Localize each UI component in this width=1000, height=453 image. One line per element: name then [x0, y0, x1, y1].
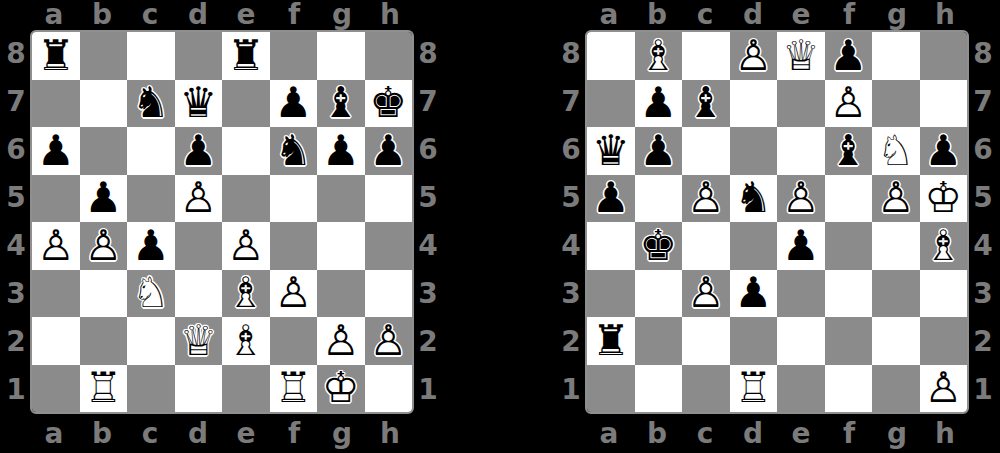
- square-c8[interactable]: [682, 32, 730, 80]
- white-pawn-icon: ♟: [80, 222, 128, 270]
- white-pawn: ♟♙: [682, 175, 730, 223]
- rank-labels-left-2: 2: [2, 318, 30, 366]
- square-f4[interactable]: [825, 222, 873, 270]
- square-c2[interactable]: [127, 317, 175, 365]
- square-d8[interactable]: [175, 32, 223, 80]
- square-c7[interactable]: ♝: [682, 80, 730, 128]
- square-h4[interactable]: [365, 222, 413, 270]
- black-pawn: ♟: [825, 32, 873, 80]
- white-knight-icon: ♞: [872, 127, 920, 175]
- file-labels-bottom: abcdefgh: [30, 414, 414, 453]
- square-g4[interactable]: [872, 222, 920, 270]
- file-labels-bottom-f: f: [825, 414, 873, 453]
- square-a7[interactable]: [32, 80, 80, 128]
- white-bishop-icon: ♝: [222, 270, 270, 318]
- square-h6[interactable]: ♟: [920, 127, 968, 175]
- black-queen-icon: ♛: [175, 80, 223, 128]
- black-pawn: ♟: [920, 127, 968, 175]
- black-pawn-icon: ♟: [777, 222, 825, 270]
- black-knight-icon: ♞: [127, 80, 175, 128]
- black-pawn-icon: ♟: [365, 127, 413, 175]
- white-bishop: ♝♗: [635, 32, 683, 80]
- square-a7[interactable]: [587, 80, 635, 128]
- square-d3[interactable]: [175, 270, 223, 318]
- black-king: ♚: [635, 222, 683, 270]
- file-labels-bottom-c: c: [126, 414, 174, 453]
- white-pawn-icon: ♙: [317, 317, 365, 365]
- white-pawn: ♟♙: [825, 80, 873, 128]
- left-board-grid: ♜♜♞♛♟♝♚♟♟♞♟♟♟♟♙♟♙♟♙♟♟♙♞♘♝♗♟♙♛♕♝♗♟♙♟♙♜♖♜♖…: [30, 30, 414, 414]
- square-c5[interactable]: [127, 175, 175, 223]
- square-h2[interactable]: ♟♙: [365, 317, 413, 365]
- square-b4[interactable]: ♟♙: [80, 222, 128, 270]
- square-g6[interactable]: ♟: [317, 127, 365, 175]
- file-labels-top-e: e: [777, 0, 825, 30]
- square-b1[interactable]: [635, 365, 683, 413]
- file-labels-top-a: a: [30, 0, 78, 30]
- square-b4[interactable]: ♚: [635, 222, 683, 270]
- square-f4[interactable]: [270, 222, 318, 270]
- square-f1[interactable]: ♜♖: [270, 365, 318, 413]
- white-bishop-icon: ♝: [222, 317, 270, 365]
- file-labels-top-d: d: [174, 0, 222, 30]
- rank-labels-right-8: 8: [414, 30, 442, 78]
- square-e8[interactable]: ♜: [222, 32, 270, 80]
- white-pawn: ♟♙: [920, 365, 968, 413]
- square-d6[interactable]: ♟: [175, 127, 223, 175]
- black-pawn-icon: ♟: [825, 32, 873, 80]
- black-rook: ♜: [222, 32, 270, 80]
- black-pawn: ♟: [32, 127, 80, 175]
- square-b2[interactable]: [635, 317, 683, 365]
- black-bishop: ♝: [682, 80, 730, 128]
- black-rook: ♜: [32, 32, 80, 80]
- square-e5[interactable]: ♟♙: [777, 175, 825, 223]
- square-e1[interactable]: [777, 365, 825, 413]
- rank-labels-right-6: 6: [414, 126, 442, 174]
- black-pawn: ♟: [127, 222, 175, 270]
- square-g8[interactable]: [872, 32, 920, 80]
- rank-labels-right-3: 3: [414, 270, 442, 318]
- square-a4[interactable]: ♟♙: [32, 222, 80, 270]
- white-bishop-icon: ♝: [635, 32, 683, 80]
- square-g5[interactable]: [317, 175, 365, 223]
- white-pawn-icon: ♙: [365, 317, 413, 365]
- square-c8[interactable]: [127, 32, 175, 80]
- rank-labels-right-7: 7: [414, 78, 442, 126]
- white-pawn: ♟♙: [872, 175, 920, 223]
- file-labels-bottom-b: b: [78, 414, 126, 453]
- white-queen: ♛♕: [175, 317, 223, 365]
- square-b7[interactable]: ♟: [635, 80, 683, 128]
- square-e2[interactable]: ♝♗: [222, 317, 270, 365]
- white-pawn-icon: ♙: [825, 80, 873, 128]
- square-d4[interactable]: [730, 222, 778, 270]
- rank-labels-left-8: 8: [2, 30, 30, 78]
- black-pawn: ♟: [777, 222, 825, 270]
- square-c3[interactable]: ♞♘: [127, 270, 175, 318]
- rank-labels-right-5: 5: [414, 174, 442, 222]
- square-b1[interactable]: ♜♖: [80, 365, 128, 413]
- white-pawn-icon: ♟: [365, 317, 413, 365]
- file-labels-top-g: g: [873, 0, 921, 30]
- square-d5[interactable]: ♞: [730, 175, 778, 223]
- file-labels-top: abcdefgh: [30, 0, 414, 30]
- black-pawn: ♟: [730, 270, 778, 318]
- square-a8[interactable]: ♜: [32, 32, 80, 80]
- square-h3[interactable]: [365, 270, 413, 318]
- white-pawn: ♟♙: [777, 175, 825, 223]
- square-g7[interactable]: [872, 80, 920, 128]
- square-h7[interactable]: [920, 80, 968, 128]
- rank-labels-right-3: 3: [969, 270, 997, 318]
- file-labels-bottom-g: g: [873, 414, 921, 453]
- black-bishop-icon: ♝: [825, 127, 873, 175]
- black-knight-icon: ♞: [730, 175, 778, 223]
- white-pawn-icon: ♙: [682, 270, 730, 318]
- white-bishop: ♝♗: [222, 270, 270, 318]
- square-g3[interactable]: [872, 270, 920, 318]
- white-pawn-icon: ♙: [222, 222, 270, 270]
- white-pawn-icon: ♙: [270, 270, 318, 318]
- file-labels-bottom-h: h: [921, 414, 969, 453]
- black-knight: ♞: [127, 80, 175, 128]
- white-pawn-icon: ♟: [682, 175, 730, 223]
- square-a2[interactable]: ♜: [587, 317, 635, 365]
- square-a1[interactable]: [587, 365, 635, 413]
- rank-labels-left-4: 4: [557, 222, 585, 270]
- white-pawn-icon: ♟: [825, 80, 873, 128]
- square-d3[interactable]: ♟: [730, 270, 778, 318]
- white-pawn-icon: ♟: [222, 222, 270, 270]
- rank-labels-right: 87654321: [969, 30, 997, 414]
- square-d1[interactable]: [175, 365, 223, 413]
- square-a4[interactable]: [587, 222, 635, 270]
- square-g5[interactable]: ♟♙: [872, 175, 920, 223]
- file-labels-top-b: b: [633, 0, 681, 30]
- file-labels-top-a: a: [585, 0, 633, 30]
- white-pawn-icon: ♟: [270, 270, 318, 318]
- square-g6[interactable]: ♞♘: [872, 127, 920, 175]
- white-bishop: ♝♗: [222, 317, 270, 365]
- square-f1[interactable]: [825, 365, 873, 413]
- square-f6[interactable]: ♝: [825, 127, 873, 175]
- black-rook: ♜: [587, 317, 635, 365]
- rank-labels-left-8: 8: [557, 30, 585, 78]
- file-labels-bottom-c: c: [681, 414, 729, 453]
- black-pawn-icon: ♟: [635, 80, 683, 128]
- rank-labels-right: 87654321: [414, 30, 442, 414]
- left-board: abcdefgh87654321♜♜♞♛♟♝♚♟♟♞♟♟♟♟♙♟♙♟♙♟♟♙♞♘…: [2, 0, 442, 453]
- square-d6[interactable]: [730, 127, 778, 175]
- square-c1[interactable]: [127, 365, 175, 413]
- white-pawn: ♟♙: [222, 222, 270, 270]
- square-f3[interactable]: [825, 270, 873, 318]
- white-queen-icon: ♕: [777, 32, 825, 80]
- white-pawn: ♟♙: [175, 175, 223, 223]
- rank-labels-right-4: 4: [414, 222, 442, 270]
- white-pawn-icon: ♙: [80, 222, 128, 270]
- white-rook-icon: ♜: [80, 365, 128, 413]
- black-king: ♚: [365, 80, 413, 128]
- square-d7[interactable]: [730, 80, 778, 128]
- file-labels-bottom-g: g: [318, 414, 366, 453]
- file-labels-bottom-b: b: [633, 414, 681, 453]
- square-g7[interactable]: ♝: [317, 80, 365, 128]
- black-knight-icon: ♞: [270, 127, 318, 175]
- square-g2[interactable]: [872, 317, 920, 365]
- square-f8[interactable]: ♟: [825, 32, 873, 80]
- square-c5[interactable]: ♟♙: [682, 175, 730, 223]
- white-bishop-icon: ♝: [920, 222, 968, 270]
- square-a6[interactable]: ♛: [587, 127, 635, 175]
- white-pawn: ♟♙: [80, 222, 128, 270]
- page: abcdefgh87654321♜♜♞♛♟♝♚♟♟♞♟♟♟♟♙♟♙♟♙♟♟♙♞♘…: [0, 0, 1000, 453]
- square-c7[interactable]: ♞: [127, 80, 175, 128]
- white-pawn-icon: ♟: [872, 175, 920, 223]
- square-d4[interactable]: [175, 222, 223, 270]
- white-king: ♚♔: [920, 175, 968, 223]
- white-pawn-icon: ♟: [175, 175, 223, 223]
- black-queen-icon: ♛: [587, 127, 635, 175]
- rank-labels-right-2: 2: [969, 318, 997, 366]
- black-rook-icon: ♜: [32, 32, 80, 80]
- black-bishop: ♝: [825, 127, 873, 175]
- black-bishop: ♝: [317, 80, 365, 128]
- black-knight: ♞: [270, 127, 318, 175]
- square-b8[interactable]: [80, 32, 128, 80]
- file-labels-bottom: abcdefgh: [585, 414, 969, 453]
- square-b6[interactable]: [80, 127, 128, 175]
- square-e5[interactable]: [222, 175, 270, 223]
- square-a2[interactable]: [32, 317, 80, 365]
- white-queen-icon: ♕: [175, 317, 223, 365]
- square-f8[interactable]: [270, 32, 318, 80]
- square-h1[interactable]: ♟♙: [920, 365, 968, 413]
- square-e3[interactable]: [777, 270, 825, 318]
- square-d2[interactable]: [730, 317, 778, 365]
- square-a8[interactable]: [587, 32, 635, 80]
- white-queen-icon: ♛: [175, 317, 223, 365]
- square-h1[interactable]: [365, 365, 413, 413]
- white-king: ♚♔: [317, 365, 365, 413]
- white-rook: ♜♖: [730, 365, 778, 413]
- file-labels-top-c: c: [126, 0, 174, 30]
- white-king-icon: ♚: [920, 175, 968, 223]
- black-rook-icon: ♜: [587, 317, 635, 365]
- white-pawn: ♟♙: [270, 270, 318, 318]
- square-a6[interactable]: ♟: [32, 127, 80, 175]
- square-e7[interactable]: [222, 80, 270, 128]
- square-c1[interactable]: [682, 365, 730, 413]
- rank-labels-left-7: 7: [557, 78, 585, 126]
- square-d5[interactable]: ♟♙: [175, 175, 223, 223]
- rank-labels-left: 87654321: [2, 30, 30, 414]
- rank-labels-right-6: 6: [969, 126, 997, 174]
- square-b3[interactable]: [80, 270, 128, 318]
- black-pawn-icon: ♟: [317, 127, 365, 175]
- square-d8[interactable]: ♟♙: [730, 32, 778, 80]
- white-rook-icon: ♖: [80, 365, 128, 413]
- white-pawn-icon: ♟: [32, 222, 80, 270]
- white-knight-icon: ♘: [127, 270, 175, 318]
- square-h4[interactable]: ♝♗: [920, 222, 968, 270]
- white-bishop-icon: ♗: [222, 270, 270, 318]
- white-pawn-icon: ♙: [730, 32, 778, 80]
- black-pawn: ♟: [175, 127, 223, 175]
- file-labels-top-g: g: [318, 0, 366, 30]
- black-pawn-icon: ♟: [270, 80, 318, 128]
- white-pawn: ♟♙: [682, 270, 730, 318]
- square-g2[interactable]: ♟♙: [317, 317, 365, 365]
- white-rook: ♜♖: [270, 365, 318, 413]
- square-h6[interactable]: ♟: [365, 127, 413, 175]
- square-e1[interactable]: [222, 365, 270, 413]
- square-b5[interactable]: [635, 175, 683, 223]
- square-h2[interactable]: [920, 317, 968, 365]
- square-g8[interactable]: [317, 32, 365, 80]
- square-f7[interactable]: ♟: [270, 80, 318, 128]
- white-pawn-icon: ♟: [682, 270, 730, 318]
- rank-labels-left-7: 7: [2, 78, 30, 126]
- square-c2[interactable]: [682, 317, 730, 365]
- white-pawn-icon: ♟: [777, 175, 825, 223]
- square-g4[interactable]: [317, 222, 365, 270]
- square-e4[interactable]: ♟: [777, 222, 825, 270]
- square-d1[interactable]: ♜♖: [730, 365, 778, 413]
- file-labels-top-e: e: [222, 0, 270, 30]
- rank-labels-right-7: 7: [969, 78, 997, 126]
- white-rook-icon: ♖: [730, 365, 778, 413]
- white-bishop-icon: ♗: [222, 317, 270, 365]
- file-labels-bottom-e: e: [777, 414, 825, 453]
- black-pawn: ♟: [270, 80, 318, 128]
- white-queen-icon: ♛: [777, 32, 825, 80]
- square-e8[interactable]: ♛♕: [777, 32, 825, 80]
- file-labels-top-h: h: [921, 0, 969, 30]
- square-b7[interactable]: [80, 80, 128, 128]
- white-pawn-icon: ♙: [872, 175, 920, 223]
- square-g1[interactable]: [872, 365, 920, 413]
- right-board: abcdefgh87654321♝♗♟♙♛♕♟♟♝♟♙♛♟♝♞♘♟♟♟♙♞♟♙♟…: [557, 0, 997, 453]
- file-labels-top-f: f: [270, 0, 318, 30]
- white-pawn-icon: ♙: [777, 175, 825, 223]
- square-b6[interactable]: ♟: [635, 127, 683, 175]
- white-king-icon: ♔: [920, 175, 968, 223]
- white-king-icon: ♚: [317, 365, 365, 413]
- white-rook: ♜♖: [80, 365, 128, 413]
- rank-labels-left-4: 4: [2, 222, 30, 270]
- square-h7[interactable]: ♚: [365, 80, 413, 128]
- white-bishop-icon: ♗: [635, 32, 683, 80]
- rank-labels-right-1: 1: [414, 366, 442, 414]
- black-pawn-icon: ♟: [587, 175, 635, 223]
- square-c4[interactable]: [682, 222, 730, 270]
- black-pawn-icon: ♟: [80, 175, 128, 223]
- rank-labels-left-1: 1: [557, 366, 585, 414]
- square-e6[interactable]: [222, 127, 270, 175]
- black-pawn: ♟: [317, 127, 365, 175]
- square-c6[interactable]: [682, 127, 730, 175]
- square-h5[interactable]: ♚♔: [920, 175, 968, 223]
- square-f7[interactable]: ♟♙: [825, 80, 873, 128]
- black-pawn-icon: ♟: [127, 222, 175, 270]
- square-h8[interactable]: [920, 32, 968, 80]
- square-f6[interactable]: ♞: [270, 127, 318, 175]
- square-a3[interactable]: [587, 270, 635, 318]
- square-f5[interactable]: [825, 175, 873, 223]
- square-c3[interactable]: ♟♙: [682, 270, 730, 318]
- square-h8[interactable]: [365, 32, 413, 80]
- file-labels-top-f: f: [825, 0, 873, 30]
- black-king-icon: ♚: [635, 222, 683, 270]
- square-e3[interactable]: ♝♗: [222, 270, 270, 318]
- square-a5[interactable]: [32, 175, 80, 223]
- square-e6[interactable]: [777, 127, 825, 175]
- white-pawn-icon: ♟: [317, 317, 365, 365]
- white-rook-icon: ♜: [270, 365, 318, 413]
- rank-labels-right-1: 1: [969, 366, 997, 414]
- square-d2[interactable]: ♛♕: [175, 317, 223, 365]
- square-e4[interactable]: ♟♙: [222, 222, 270, 270]
- file-labels-bottom-f: f: [270, 414, 318, 453]
- rank-labels-right-5: 5: [969, 174, 997, 222]
- square-c4[interactable]: ♟: [127, 222, 175, 270]
- square-h3[interactable]: [920, 270, 968, 318]
- square-b3[interactable]: [635, 270, 683, 318]
- square-g1[interactable]: ♚♔: [317, 365, 365, 413]
- file-labels-bottom-h: h: [366, 414, 414, 453]
- rank-labels-left-2: 2: [557, 318, 585, 366]
- white-rook-icon: ♖: [270, 365, 318, 413]
- square-g3[interactable]: [317, 270, 365, 318]
- square-b8[interactable]: ♝♗: [635, 32, 683, 80]
- file-labels-bottom-d: d: [174, 414, 222, 453]
- square-b2[interactable]: [80, 317, 128, 365]
- black-pawn: ♟: [80, 175, 128, 223]
- square-f5[interactable]: [270, 175, 318, 223]
- white-pawn-icon: ♙: [175, 175, 223, 223]
- square-a1[interactable]: [32, 365, 80, 413]
- square-f3[interactable]: ♟♙: [270, 270, 318, 318]
- rank-labels-left-6: 6: [557, 126, 585, 174]
- square-e7[interactable]: [777, 80, 825, 128]
- square-h5[interactable]: [365, 175, 413, 223]
- black-queen: ♛: [175, 80, 223, 128]
- rank-labels-left-3: 3: [2, 270, 30, 318]
- black-pawn-icon: ♟: [32, 127, 80, 175]
- black-pawn-icon: ♟: [730, 270, 778, 318]
- rank-labels-left-5: 5: [2, 174, 30, 222]
- square-f2[interactable]: [825, 317, 873, 365]
- right-board-grid: ♝♗♟♙♛♕♟♟♝♟♙♛♟♝♞♘♟♟♟♙♞♟♙♟♙♚♔♚♟♝♗♟♙♟♜♜♖♟♙: [585, 30, 969, 414]
- black-pawn-icon: ♟: [175, 127, 223, 175]
- black-pawn: ♟: [635, 80, 683, 128]
- square-e2[interactable]: [777, 317, 825, 365]
- file-labels-top: abcdefgh: [585, 0, 969, 30]
- file-labels-top-b: b: [78, 0, 126, 30]
- white-knight: ♞♘: [872, 127, 920, 175]
- square-a3[interactable]: [32, 270, 80, 318]
- square-b5[interactable]: ♟: [80, 175, 128, 223]
- square-d7[interactable]: ♛: [175, 80, 223, 128]
- square-c6[interactable]: [127, 127, 175, 175]
- square-a5[interactable]: ♟: [587, 175, 635, 223]
- white-pawn: ♟♙: [365, 317, 413, 365]
- white-knight: ♞♘: [127, 270, 175, 318]
- white-pawn-icon: ♙: [920, 365, 968, 413]
- square-f2[interactable]: [270, 317, 318, 365]
